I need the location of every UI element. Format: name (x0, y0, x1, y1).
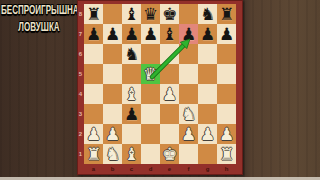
black-bishop-c8: ♝ (122, 4, 141, 24)
chess-board: 87654321 abcdefgh ♜♝♛♚♞♜♟♟♟♟♝♟♟♟♞♛♝♟♟♞♟♟… (77, 0, 243, 175)
square-b6[interactable] (103, 44, 122, 64)
square-e2[interactable] (160, 124, 179, 144)
square-a7[interactable]: ♟ (84, 24, 103, 44)
square-d3[interactable] (141, 104, 160, 124)
square-c1[interactable]: ♝ (122, 144, 141, 164)
square-f6[interactable] (179, 44, 198, 64)
title-line-1: БЕСПРОИГРЫШНАЯ (1, 2, 84, 17)
square-g5[interactable] (198, 64, 217, 84)
square-f7[interactable]: ♟ (179, 24, 198, 44)
white-king-e1: ♚ (160, 144, 179, 164)
rank-label-6: 6 (77, 44, 84, 64)
white-pawn-b2: ♟ (103, 124, 122, 144)
square-e1[interactable]: ♚ (160, 144, 179, 164)
square-d5[interactable]: ♛ (141, 64, 160, 84)
board-squares: ♜♝♛♚♞♜♟♟♟♟♝♟♟♟♞♛♝♟♟♞♟♟♟♟♟♜♞♝♚♜ (84, 4, 236, 164)
square-d4[interactable] (141, 84, 160, 104)
black-king-e8: ♚ (160, 4, 179, 24)
square-a8[interactable]: ♜ (84, 4, 103, 24)
square-e5[interactable] (160, 64, 179, 84)
black-knight-c6: ♞ (122, 44, 141, 64)
square-h1[interactable]: ♜ (217, 144, 236, 164)
square-b8[interactable] (103, 4, 122, 24)
file-label-c: c (122, 164, 141, 175)
black-pawn-c7: ♟ (122, 24, 141, 44)
black-pawn-d7: ♟ (141, 24, 160, 44)
black-rook-h8: ♜ (217, 4, 236, 24)
white-rook-h1: ♜ (217, 144, 236, 164)
file-label-a: a (84, 164, 103, 175)
white-rook-a1: ♜ (84, 144, 103, 164)
square-b3[interactable] (103, 104, 122, 124)
square-f5[interactable] (179, 64, 198, 84)
black-pawn-a7: ♟ (84, 24, 103, 44)
white-knight-b1: ♞ (103, 144, 122, 164)
white-bishop-c4: ♝ (122, 84, 141, 104)
white-queen-d5: ♛ (141, 64, 160, 84)
white-pawn-f2: ♟ (179, 124, 198, 144)
rank-label-1: 1 (77, 144, 84, 164)
white-pawn-e4: ♟ (160, 84, 179, 104)
square-b2[interactable]: ♟ (103, 124, 122, 144)
title-line-2: ЛОВУШКА (15, 19, 63, 34)
square-a1[interactable]: ♜ (84, 144, 103, 164)
rank-label-4: 4 (77, 84, 84, 104)
square-c8[interactable]: ♝ (122, 4, 141, 24)
square-b5[interactable] (103, 64, 122, 84)
square-d8[interactable]: ♛ (141, 4, 160, 24)
square-g7[interactable]: ♟ (198, 24, 217, 44)
square-h2[interactable]: ♟ (217, 124, 236, 144)
white-pawn-a2: ♟ (84, 124, 103, 144)
square-a6[interactable] (84, 44, 103, 64)
square-e6[interactable] (160, 44, 179, 64)
square-g6[interactable] (198, 44, 217, 64)
rank-label-7: 7 (77, 24, 84, 44)
square-f1[interactable] (179, 144, 198, 164)
square-b4[interactable] (103, 84, 122, 104)
square-f3[interactable]: ♞ (179, 104, 198, 124)
square-h8[interactable]: ♜ (217, 4, 236, 24)
file-label-e: e (160, 164, 179, 175)
square-b7[interactable]: ♟ (103, 24, 122, 44)
square-b1[interactable]: ♞ (103, 144, 122, 164)
square-d6[interactable] (141, 44, 160, 64)
square-a5[interactable] (84, 64, 103, 84)
square-d2[interactable] (141, 124, 160, 144)
square-g1[interactable] (198, 144, 217, 164)
square-f4[interactable] (179, 84, 198, 104)
black-pawn-b7: ♟ (103, 24, 122, 44)
square-c4[interactable]: ♝ (122, 84, 141, 104)
video-frame: БЕСПРОИГРЫШНАЯ ЛОВУШКА 87654321 abcdefgh… (0, 0, 320, 180)
file-label-b: b (103, 164, 122, 175)
square-g3[interactable] (198, 104, 217, 124)
square-d7[interactable]: ♟ (141, 24, 160, 44)
square-h5[interactable] (217, 64, 236, 84)
square-h6[interactable] (217, 44, 236, 64)
square-c5[interactable] (122, 64, 141, 84)
black-knight-g8: ♞ (198, 4, 217, 24)
square-e4[interactable]: ♟ (160, 84, 179, 104)
square-h3[interactable] (217, 104, 236, 124)
file-label-g: g (198, 164, 217, 175)
square-e7[interactable]: ♝ (160, 24, 179, 44)
black-pawn-h7: ♟ (217, 24, 236, 44)
square-g8[interactable]: ♞ (198, 4, 217, 24)
rank-label-3: 3 (77, 104, 84, 124)
square-h4[interactable] (217, 84, 236, 104)
black-queen-d8: ♛ (141, 4, 160, 24)
square-c2[interactable] (122, 124, 141, 144)
square-g4[interactable] (198, 84, 217, 104)
file-label-f: f (179, 164, 198, 175)
square-c7[interactable]: ♟ (122, 24, 141, 44)
file-label-h: h (217, 164, 236, 175)
black-pawn-c3: ♟ (122, 104, 141, 124)
rank-label-5: 5 (77, 64, 84, 84)
file-label-d: d (141, 164, 160, 175)
square-f8[interactable] (179, 4, 198, 24)
square-f2[interactable]: ♟ (179, 124, 198, 144)
square-h7[interactable]: ♟ (217, 24, 236, 44)
white-knight-f3: ♞ (179, 104, 198, 124)
square-a2[interactable]: ♟ (84, 124, 103, 144)
square-e8[interactable]: ♚ (160, 4, 179, 24)
black-pawn-f7: ♟ (179, 24, 198, 44)
rank-label-8: 8 (77, 4, 84, 24)
white-pawn-h2: ♟ (217, 124, 236, 144)
black-pawn-g7: ♟ (198, 24, 217, 44)
black-rook-a8: ♜ (84, 4, 103, 24)
square-g2[interactable]: ♟ (198, 124, 217, 144)
square-e3[interactable] (160, 104, 179, 124)
rank-label-2: 2 (77, 124, 84, 144)
square-a3[interactable] (84, 104, 103, 124)
white-bishop-c1: ♝ (122, 144, 141, 164)
square-a4[interactable] (84, 84, 103, 104)
black-bishop-e7: ♝ (160, 24, 179, 44)
square-c3[interactable]: ♟ (122, 104, 141, 124)
video-bottom-edge (0, 177, 320, 180)
square-c6[interactable]: ♞ (122, 44, 141, 64)
square-d1[interactable] (141, 144, 160, 164)
white-pawn-g2: ♟ (198, 124, 217, 144)
